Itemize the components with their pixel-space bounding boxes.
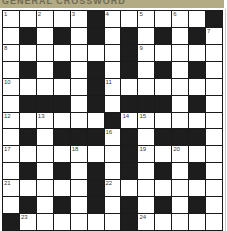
cell-r4c1[interactable] xyxy=(3,62,19,78)
cell-r4c2 xyxy=(20,62,36,78)
cell-r2c5[interactable] xyxy=(71,28,87,44)
cell-r9c10[interactable] xyxy=(155,146,171,162)
clue-number: 13 xyxy=(38,113,45,120)
cell-r2c8 xyxy=(121,28,137,44)
cell-r1c6 xyxy=(88,11,104,27)
cell-r10c9[interactable] xyxy=(138,163,154,179)
cell-r9c3[interactable] xyxy=(37,146,53,162)
cell-r1c4[interactable] xyxy=(54,11,70,27)
cell-r11c10[interactable] xyxy=(155,180,171,196)
cell-r6c4 xyxy=(54,96,70,112)
cell-r12c13[interactable] xyxy=(206,197,222,213)
crossword-grid: 123456789101112131415161718192021222324 xyxy=(2,10,223,231)
cell-r4c7[interactable] xyxy=(105,62,121,78)
clue-number: 18 xyxy=(72,146,79,153)
clue-number: 2 xyxy=(38,11,41,18)
cell-r8c7[interactable]: 16 xyxy=(105,129,121,145)
cell-r5c11[interactable] xyxy=(172,79,188,95)
cell-r10c12 xyxy=(189,163,205,179)
cell-r2c3[interactable] xyxy=(37,28,53,44)
cell-r8c1[interactable] xyxy=(3,129,19,145)
cell-r9c2[interactable] xyxy=(20,146,36,162)
cell-r3c5[interactable] xyxy=(71,45,87,61)
cell-r8c6 xyxy=(88,129,104,145)
clue-number: 8 xyxy=(4,45,7,52)
cell-r11c2[interactable] xyxy=(20,180,36,196)
cell-r1c13 xyxy=(206,11,222,27)
cell-r11c11[interactable] xyxy=(172,180,188,196)
cell-r7c12[interactable] xyxy=(189,113,205,129)
clue-number: 15 xyxy=(139,113,146,120)
cell-r13c12[interactable] xyxy=(189,214,205,230)
cell-r3c3[interactable] xyxy=(37,45,53,61)
clue-number: 5 xyxy=(139,11,142,18)
clue-number: 9 xyxy=(139,45,142,52)
clue-number: 14 xyxy=(122,113,129,120)
cell-r3c12[interactable] xyxy=(189,45,205,61)
clue-number: 24 xyxy=(139,214,146,221)
cell-r3c8 xyxy=(121,45,137,61)
cell-r5c7[interactable]: 11 xyxy=(105,79,121,95)
cell-r6c7[interactable] xyxy=(105,96,121,112)
cell-r2c6 xyxy=(88,28,104,44)
cell-r13c1 xyxy=(3,214,19,230)
cell-r10c7[interactable] xyxy=(105,163,121,179)
cell-r1c11[interactable]: 6 xyxy=(172,11,188,27)
cell-r1c10[interactable] xyxy=(155,11,171,27)
cell-r7c5[interactable] xyxy=(71,113,87,129)
cell-r12c11[interactable] xyxy=(172,197,188,213)
cell-r10c4 xyxy=(54,163,70,179)
cell-r6c2 xyxy=(20,96,36,112)
cell-r3c10[interactable] xyxy=(155,45,171,61)
cell-r2c2 xyxy=(20,28,36,44)
clue-number: 17 xyxy=(4,146,11,153)
cell-r6c10 xyxy=(155,96,171,112)
cell-r6c8 xyxy=(121,96,137,112)
cell-r1c5[interactable]: 3 xyxy=(71,11,87,27)
cell-r7c11[interactable] xyxy=(172,113,188,129)
cell-r5c6 xyxy=(88,79,104,95)
cell-r6c1[interactable] xyxy=(3,96,19,112)
cell-r12c12 xyxy=(189,197,205,213)
cell-r3c1[interactable]: 8 xyxy=(3,45,19,61)
cell-r12c5[interactable] xyxy=(71,197,87,213)
cell-r1c12[interactable] xyxy=(189,11,205,27)
cell-r4c11[interactable] xyxy=(172,62,188,78)
cell-r12c10 xyxy=(155,197,171,213)
clue-number: 1 xyxy=(4,11,7,18)
cell-r5c3[interactable] xyxy=(37,79,53,95)
cell-r6c13[interactable] xyxy=(206,96,222,112)
clue-number: 7 xyxy=(207,28,210,35)
cell-r12c1[interactable] xyxy=(3,197,19,213)
cell-r10c3[interactable] xyxy=(37,163,53,179)
cell-r13c9[interactable]: 24 xyxy=(138,214,154,230)
cell-r5c1[interactable]: 10 xyxy=(3,79,19,95)
clue-number: 12 xyxy=(4,113,11,120)
cell-r5c8[interactable] xyxy=(121,79,137,95)
clue-number: 10 xyxy=(4,79,11,86)
clue-number: 21 xyxy=(4,180,11,187)
cell-r12c9[interactable] xyxy=(138,197,154,213)
cell-r13c6[interactable] xyxy=(88,214,104,230)
cell-r11c8[interactable] xyxy=(121,180,137,196)
cell-r5c5[interactable] xyxy=(71,79,87,95)
cell-r1c2[interactable] xyxy=(20,11,36,27)
cell-r12c6 xyxy=(88,197,104,213)
clue-number: 23 xyxy=(21,214,28,221)
cell-r1c9[interactable]: 5 xyxy=(138,11,154,27)
cell-r4c13[interactable] xyxy=(206,62,222,78)
puzzle-title-bar: GENERAL CROSSWORD xyxy=(0,0,224,8)
cell-r10c11[interactable] xyxy=(172,163,188,179)
cell-r7c1[interactable]: 12 xyxy=(3,113,19,129)
cell-r7c2[interactable] xyxy=(20,113,36,129)
cell-r3c4[interactable] xyxy=(54,45,70,61)
cell-r4c6 xyxy=(88,62,104,78)
cell-r5c10[interactable] xyxy=(155,79,171,95)
puzzle-title: GENERAL CROSSWORD xyxy=(2,0,224,6)
cell-r2c13[interactable]: 7 xyxy=(206,28,222,44)
cell-r3c2[interactable] xyxy=(20,45,36,61)
cell-r8c10 xyxy=(155,129,171,145)
cell-r5c2[interactable] xyxy=(20,79,36,95)
cell-r12c2 xyxy=(20,197,36,213)
cell-r4c10 xyxy=(155,62,171,78)
cell-r11c13[interactable] xyxy=(206,180,222,196)
cell-r2c10 xyxy=(155,28,171,44)
cell-r3c13[interactable] xyxy=(206,45,222,61)
cell-r11c4[interactable] xyxy=(54,180,70,196)
cell-r12c7[interactable] xyxy=(105,197,121,213)
cell-r11c7[interactable]: 22 xyxy=(105,180,121,196)
cell-r4c5[interactable] xyxy=(71,62,87,78)
cell-r7c13[interactable] xyxy=(206,113,222,129)
cell-r4c8 xyxy=(121,62,137,78)
cell-r3c7[interactable] xyxy=(105,45,121,61)
cell-r7c7 xyxy=(105,113,121,129)
cell-r13c3[interactable] xyxy=(37,214,53,230)
cell-r8c4 xyxy=(54,129,70,145)
cell-r9c6[interactable] xyxy=(88,146,104,162)
cell-r7c4[interactable] xyxy=(54,113,70,129)
cell-r11c5[interactable] xyxy=(71,180,87,196)
clue-number: 3 xyxy=(72,11,75,18)
clue-number: 11 xyxy=(106,79,112,86)
cell-r10c13[interactable] xyxy=(206,163,222,179)
cell-r9c4[interactable] xyxy=(54,146,70,162)
cell-r9c13[interactable] xyxy=(206,146,222,162)
cell-r10c10 xyxy=(155,163,171,179)
cell-r4c3[interactable] xyxy=(37,62,53,78)
cell-r8c5 xyxy=(71,129,87,145)
cell-r13c13[interactable] xyxy=(206,214,222,230)
cell-r6c3 xyxy=(37,96,53,112)
cell-r3c11[interactable] xyxy=(172,45,188,61)
clue-number: 20 xyxy=(173,146,180,153)
cell-r9c9[interactable]: 19 xyxy=(138,146,154,162)
cell-r9c1[interactable]: 17 xyxy=(3,146,19,162)
cell-r5c13[interactable] xyxy=(206,79,222,95)
cell-r2c12 xyxy=(189,28,205,44)
cell-r3c6[interactable] xyxy=(88,45,104,61)
cell-r10c6 xyxy=(88,163,104,179)
clue-number: 6 xyxy=(173,11,176,18)
cell-r13c10[interactable] xyxy=(155,214,171,230)
cell-r11c9[interactable] xyxy=(138,180,154,196)
cell-r9c7[interactable] xyxy=(105,146,121,162)
cell-r5c9[interactable] xyxy=(138,79,154,95)
page-edge-line xyxy=(225,9,226,231)
cell-r8c9[interactable] xyxy=(138,129,154,145)
cell-r8c13[interactable] xyxy=(206,129,222,145)
cell-r12c3[interactable] xyxy=(37,197,53,213)
clue-number: 16 xyxy=(106,129,113,136)
cell-r7c9[interactable]: 15 xyxy=(138,113,154,129)
cell-r2c1[interactable] xyxy=(3,28,19,44)
cell-r7c8[interactable]: 14 xyxy=(121,113,137,129)
cell-r13c2[interactable]: 23 xyxy=(20,214,36,230)
cell-r9c5[interactable]: 18 xyxy=(71,146,87,162)
cell-r10c2 xyxy=(20,163,36,179)
cell-r10c8 xyxy=(121,163,137,179)
cell-r7c10[interactable] xyxy=(155,113,171,129)
cell-r6c9 xyxy=(138,96,154,112)
cell-r11c3[interactable] xyxy=(37,180,53,196)
cell-r12c8 xyxy=(121,197,137,213)
cell-r7c3[interactable]: 13 xyxy=(37,113,53,129)
cell-r2c7[interactable] xyxy=(105,28,121,44)
cell-r8c12 xyxy=(189,129,205,145)
cell-r2c11[interactable] xyxy=(172,28,188,44)
cell-r10c1[interactable] xyxy=(3,163,19,179)
cell-r7c6[interactable] xyxy=(88,113,104,129)
cell-r1c1[interactable]: 1 xyxy=(3,11,19,27)
cell-r9c12[interactable] xyxy=(189,146,205,162)
cell-r6c5[interactable] xyxy=(71,96,87,112)
cell-r11c1[interactable]: 21 xyxy=(3,180,19,196)
cell-r13c5[interactable] xyxy=(71,214,87,230)
cell-r5c12[interactable] xyxy=(189,79,205,95)
clue-number: 22 xyxy=(106,180,113,187)
cell-r8c3[interactable] xyxy=(37,129,53,145)
cell-r5c4[interactable] xyxy=(54,79,70,95)
cell-r6c11[interactable] xyxy=(172,96,188,112)
cell-r8c8 xyxy=(121,129,137,145)
cell-r1c8[interactable] xyxy=(121,11,137,27)
cell-r8c2 xyxy=(20,129,36,145)
cell-r8c11 xyxy=(172,129,188,145)
clue-number: 4 xyxy=(106,11,109,18)
cell-r6c12 xyxy=(189,96,205,112)
cell-r9c11[interactable]: 20 xyxy=(172,146,188,162)
cell-r12c4 xyxy=(54,197,70,213)
cell-r6c6 xyxy=(88,96,104,112)
cell-r2c4 xyxy=(54,28,70,44)
cell-r11c12[interactable] xyxy=(189,180,205,196)
cell-r4c9[interactable] xyxy=(138,62,154,78)
cell-r1c3[interactable]: 2 xyxy=(37,11,53,27)
cell-r13c4[interactable] xyxy=(54,214,70,230)
cell-r3c9[interactable]: 9 xyxy=(138,45,154,61)
cell-r13c11[interactable] xyxy=(172,214,188,230)
cell-r9c8 xyxy=(121,146,137,162)
clue-number: 19 xyxy=(139,146,146,153)
cell-r10c5[interactable] xyxy=(71,163,87,179)
cell-r4c4 xyxy=(54,62,70,78)
cell-r13c8 xyxy=(121,214,137,230)
cell-r4c12 xyxy=(189,62,205,78)
cell-r11c6 xyxy=(88,180,104,196)
cell-r1c7[interactable]: 4 xyxy=(105,11,121,27)
cell-r13c7[interactable] xyxy=(105,214,121,230)
cell-r2c9[interactable] xyxy=(138,28,154,44)
